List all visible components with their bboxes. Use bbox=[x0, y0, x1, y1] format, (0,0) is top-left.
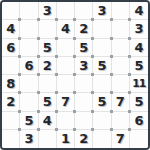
clue-number: 5 bbox=[98, 59, 107, 72]
cell-r2c2[interactable] bbox=[20, 20, 38, 38]
cell-r5c3[interactable] bbox=[39, 75, 57, 93]
clue-number: 4 bbox=[43, 114, 52, 127]
cell-r1c6: 3 bbox=[93, 2, 111, 20]
cell-r2c8: 3 bbox=[130, 20, 148, 38]
cell-r7c2: 5 bbox=[20, 112, 38, 130]
cell-r4c3: 2 bbox=[39, 57, 57, 75]
cell-r4c2: 6 bbox=[20, 57, 38, 75]
clue-number: 6 bbox=[135, 114, 144, 127]
clue-number: 7 bbox=[116, 132, 125, 145]
cell-r3c6[interactable] bbox=[93, 39, 111, 57]
cell-r5c5[interactable] bbox=[75, 75, 93, 93]
cell-r3c8: 4 bbox=[130, 39, 148, 57]
cell-r3c4[interactable] bbox=[57, 39, 75, 57]
cell-r6c3: 5 bbox=[39, 93, 57, 111]
clue-number: 1 bbox=[61, 132, 70, 145]
cell-r8c7: 7 bbox=[112, 130, 130, 148]
cell-r6c7: 7 bbox=[112, 93, 130, 111]
clue-number: 3 bbox=[98, 4, 107, 17]
cell-r3c2[interactable] bbox=[20, 39, 38, 57]
cell-r7c4[interactable] bbox=[57, 112, 75, 130]
cell-r1c1[interactable] bbox=[2, 2, 20, 20]
cell-r4c4[interactable] bbox=[57, 57, 75, 75]
cell-r1c8: 4 bbox=[130, 2, 148, 20]
clue-number: 3 bbox=[25, 132, 34, 145]
cell-r7c7[interactable] bbox=[112, 112, 130, 130]
cell-r6c4: 7 bbox=[57, 93, 75, 111]
cell-r3c7[interactable] bbox=[112, 39, 130, 57]
cell-r4c8: 5 bbox=[130, 57, 148, 75]
cell-r7c5[interactable] bbox=[75, 112, 93, 130]
cell-r2c1: 4 bbox=[2, 20, 20, 38]
cell-r5c4[interactable] bbox=[57, 75, 75, 93]
cell-r5c8: 11 bbox=[130, 75, 148, 93]
clue-number: 2 bbox=[79, 22, 88, 35]
cell-r6c5[interactable] bbox=[75, 93, 93, 111]
cell-r8c2: 3 bbox=[20, 130, 38, 148]
clue-number: 4 bbox=[61, 22, 70, 35]
cell-r8c8[interactable] bbox=[130, 130, 148, 148]
clue-number: 5 bbox=[135, 95, 144, 108]
cell-r8c5: 2 bbox=[75, 130, 93, 148]
cell-r2c7[interactable] bbox=[112, 20, 130, 38]
cell-r4c5: 3 bbox=[75, 57, 93, 75]
cell-r5c6[interactable] bbox=[93, 75, 111, 93]
clue-number: 2 bbox=[6, 95, 15, 108]
clue-number: 11 bbox=[132, 78, 145, 89]
clue-number: 5 bbox=[43, 95, 52, 108]
clue-number: 3 bbox=[79, 59, 88, 72]
cell-r2c5: 2 bbox=[75, 20, 93, 38]
cell-r2c3[interactable] bbox=[39, 20, 57, 38]
clue-number: 2 bbox=[79, 132, 88, 145]
cell-r4c1[interactable] bbox=[2, 57, 20, 75]
clue-number: 7 bbox=[116, 95, 125, 108]
cell-r6c8: 5 bbox=[130, 93, 148, 111]
cell-r1c7[interactable] bbox=[112, 2, 130, 20]
clue-number: 5 bbox=[98, 95, 107, 108]
cell-r3c1: 6 bbox=[2, 39, 20, 57]
clue-number: 4 bbox=[135, 41, 144, 54]
cell-r1c4[interactable] bbox=[57, 2, 75, 20]
clue-number: 5 bbox=[43, 41, 52, 54]
cell-r5c2[interactable] bbox=[20, 75, 38, 93]
clue-number: 4 bbox=[135, 4, 144, 17]
cell-r8c6[interactable] bbox=[93, 130, 111, 148]
clue-number: 7 bbox=[61, 95, 70, 108]
clue-number: 8 bbox=[6, 77, 15, 90]
clue-number: 5 bbox=[25, 114, 34, 127]
clue-number: 2 bbox=[43, 59, 52, 72]
cell-r4c7[interactable] bbox=[112, 57, 130, 75]
cell-r7c6[interactable] bbox=[93, 112, 111, 130]
cell-r4c6: 5 bbox=[93, 57, 111, 75]
cell-r6c1: 2 bbox=[2, 93, 20, 111]
cell-r8c4: 1 bbox=[57, 130, 75, 148]
cell-r7c1[interactable] bbox=[2, 112, 20, 130]
clue-number: 5 bbox=[135, 59, 144, 72]
cell-r5c1: 8 bbox=[2, 75, 20, 93]
cell-r3c5: 5 bbox=[75, 39, 93, 57]
cell-r3c3: 5 bbox=[39, 39, 57, 57]
cell-r2c6[interactable] bbox=[93, 20, 111, 38]
cell-r6c2[interactable] bbox=[20, 93, 38, 111]
clue-number: 4 bbox=[6, 22, 15, 35]
cell-r5c7[interactable] bbox=[112, 75, 130, 93]
clue-number: 6 bbox=[6, 41, 15, 54]
clue-number: 5 bbox=[79, 41, 88, 54]
cell-r8c1[interactable] bbox=[2, 130, 20, 148]
cell-r7c8: 6 bbox=[130, 112, 148, 130]
cell-r1c5[interactable] bbox=[75, 2, 93, 20]
cell-r1c2[interactable] bbox=[20, 2, 38, 20]
cell-r2c4: 4 bbox=[57, 20, 75, 38]
cell-r6c6: 5 bbox=[93, 93, 111, 111]
cell-r8c3[interactable] bbox=[39, 130, 57, 148]
cell-r7c3: 4 bbox=[39, 112, 57, 130]
kuromasu-board: 33444236554623558112575755463127 bbox=[0, 0, 150, 150]
clue-number: 3 bbox=[43, 4, 52, 17]
cell-r1c3: 3 bbox=[39, 2, 57, 20]
clue-number: 3 bbox=[135, 22, 144, 35]
clue-number: 6 bbox=[25, 59, 34, 72]
